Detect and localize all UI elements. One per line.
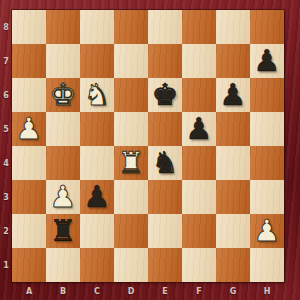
square-e5[interactable] (148, 112, 182, 146)
square-c1[interactable] (80, 248, 114, 282)
square-f5[interactable]: ♟ (182, 112, 216, 146)
square-b4[interactable] (46, 146, 80, 180)
square-f3[interactable] (182, 180, 216, 214)
square-e1[interactable] (148, 248, 182, 282)
square-a3[interactable] (12, 180, 46, 214)
white-pawn: ♟ (50, 180, 77, 214)
square-a2[interactable] (12, 214, 46, 248)
square-c4[interactable] (80, 146, 114, 180)
square-h5[interactable] (250, 112, 284, 146)
square-h2[interactable]: ♟ (250, 214, 284, 248)
square-g8[interactable] (216, 10, 250, 44)
chess-board: ♟♚♞♚♟♟♟♜♞♟♟♜♟ (12, 10, 284, 282)
rank-label-3: 3 (0, 180, 12, 214)
file-label-g: G (216, 282, 250, 300)
square-f4[interactable] (182, 146, 216, 180)
file-label-b: B (46, 282, 80, 300)
square-d5[interactable] (114, 112, 148, 146)
square-e8[interactable] (148, 10, 182, 44)
square-b6[interactable]: ♚ (46, 78, 80, 112)
white-knight: ♞ (84, 78, 111, 112)
square-c2[interactable] (80, 214, 114, 248)
file-label-d: D (114, 282, 148, 300)
rank-label-1: 1 (0, 248, 12, 282)
square-g6[interactable]: ♟ (216, 78, 250, 112)
square-d2[interactable] (114, 214, 148, 248)
square-e7[interactable] (148, 44, 182, 78)
square-d6[interactable] (114, 78, 148, 112)
white-king: ♚ (50, 78, 77, 112)
chessboard-frame: 87654321 ABCDEFGH ♟♚♞♚♟♟♟♜♞♟♟♜♟ (0, 0, 300, 300)
square-d4[interactable]: ♜ (114, 146, 148, 180)
file-labels: ABCDEFGH (12, 282, 284, 300)
square-d1[interactable] (114, 248, 148, 282)
square-c6[interactable]: ♞ (80, 78, 114, 112)
file-label-h: H (250, 282, 284, 300)
square-h4[interactable] (250, 146, 284, 180)
square-h6[interactable] (250, 78, 284, 112)
square-g1[interactable] (216, 248, 250, 282)
rank-labels: 87654321 (0, 10, 12, 282)
rank-label-2: 2 (0, 214, 12, 248)
white-pawn: ♟ (254, 214, 281, 248)
black-knight: ♞ (152, 146, 179, 180)
square-b7[interactable] (46, 44, 80, 78)
square-g7[interactable] (216, 44, 250, 78)
square-h8[interactable] (250, 10, 284, 44)
black-pawn: ♟ (186, 112, 213, 146)
rank-label-6: 6 (0, 78, 12, 112)
square-e2[interactable] (148, 214, 182, 248)
square-f7[interactable] (182, 44, 216, 78)
square-f2[interactable] (182, 214, 216, 248)
black-king: ♚ (152, 78, 179, 112)
square-b8[interactable] (46, 10, 80, 44)
square-h1[interactable] (250, 248, 284, 282)
square-g5[interactable] (216, 112, 250, 146)
square-c3[interactable]: ♟ (80, 180, 114, 214)
square-d8[interactable] (114, 10, 148, 44)
square-a5[interactable]: ♟ (12, 112, 46, 146)
white-rook: ♜ (118, 146, 145, 180)
file-label-a: A (12, 282, 46, 300)
square-d7[interactable] (114, 44, 148, 78)
square-h7[interactable]: ♟ (250, 44, 284, 78)
square-a8[interactable] (12, 10, 46, 44)
square-a1[interactable] (12, 248, 46, 282)
square-a4[interactable] (12, 146, 46, 180)
rank-label-8: 8 (0, 10, 12, 44)
square-c5[interactable] (80, 112, 114, 146)
square-b5[interactable] (46, 112, 80, 146)
file-label-c: C (80, 282, 114, 300)
rank-label-7: 7 (0, 44, 12, 78)
square-d3[interactable] (114, 180, 148, 214)
rank-label-4: 4 (0, 146, 12, 180)
square-e3[interactable] (148, 180, 182, 214)
square-a6[interactable] (12, 78, 46, 112)
square-f1[interactable] (182, 248, 216, 282)
square-g3[interactable] (216, 180, 250, 214)
square-b3[interactable]: ♟ (46, 180, 80, 214)
square-g2[interactable] (216, 214, 250, 248)
square-h3[interactable] (250, 180, 284, 214)
black-pawn: ♟ (84, 180, 111, 214)
file-label-f: F (182, 282, 216, 300)
square-e4[interactable]: ♞ (148, 146, 182, 180)
black-pawn: ♟ (254, 44, 281, 78)
square-b1[interactable] (46, 248, 80, 282)
square-g4[interactable] (216, 146, 250, 180)
square-e6[interactable]: ♚ (148, 78, 182, 112)
black-pawn: ♟ (220, 78, 247, 112)
white-pawn: ♟ (16, 112, 43, 146)
file-label-e: E (148, 282, 182, 300)
square-f6[interactable] (182, 78, 216, 112)
black-rook: ♜ (50, 214, 77, 248)
square-a7[interactable] (12, 44, 46, 78)
rank-label-5: 5 (0, 112, 12, 146)
square-c8[interactable] (80, 10, 114, 44)
square-f8[interactable] (182, 10, 216, 44)
square-b2[interactable]: ♜ (46, 214, 80, 248)
square-c7[interactable] (80, 44, 114, 78)
